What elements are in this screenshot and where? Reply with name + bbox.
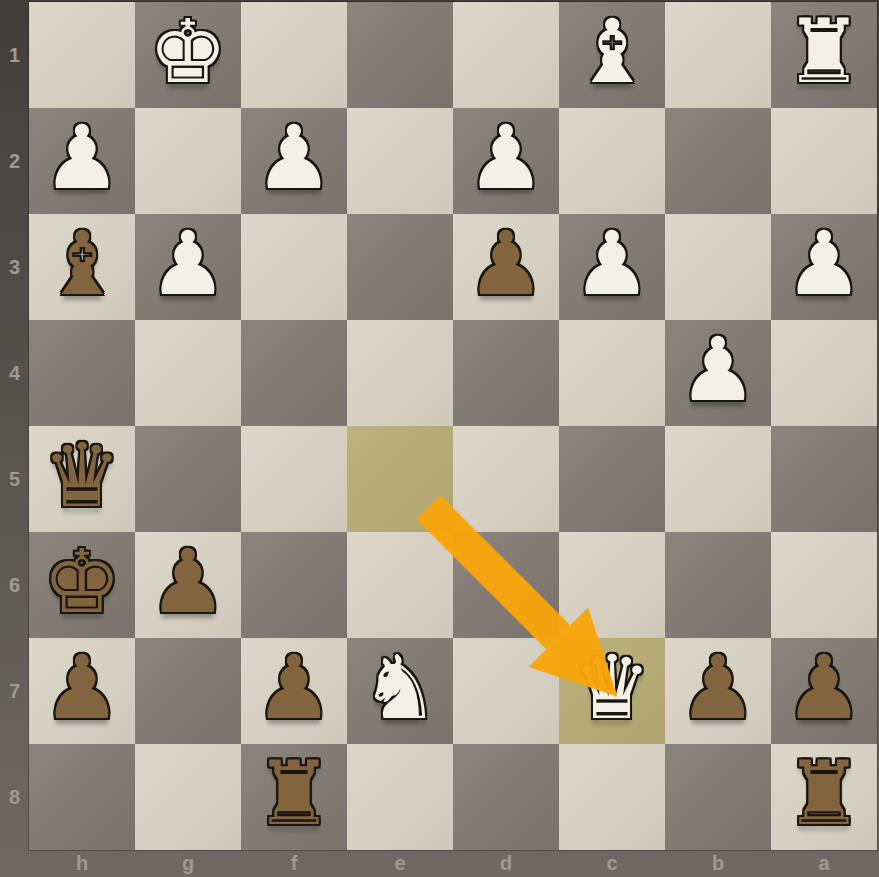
square-b2[interactable] [665,108,771,214]
square-b6[interactable] [665,532,771,638]
square-h2[interactable]: ♟ [29,108,135,214]
square-b5[interactable] [665,426,771,532]
white-rook[interactable]: ♜ [785,8,864,96]
white-bishop[interactable]: ♝ [573,8,652,96]
square-c4[interactable] [559,320,665,426]
square-a1[interactable]: ♜ [771,2,877,108]
black-pawn[interactable]: ♟ [255,644,334,732]
black-bishop[interactable]: ♝ [43,220,122,308]
black-queen[interactable]: ♛ [43,432,122,520]
square-a3[interactable]: ♟ [771,214,877,320]
square-g5[interactable] [135,426,241,532]
square-e7[interactable]: ♞ [347,638,453,744]
square-a4[interactable] [771,320,877,426]
square-d3[interactable]: ♟ [453,214,559,320]
square-g6[interactable]: ♟ [135,532,241,638]
black-king[interactable]: ♚ [43,538,122,626]
square-d6[interactable] [453,532,559,638]
white-pawn[interactable]: ♟ [149,220,228,308]
square-g7[interactable] [135,638,241,744]
square-h5[interactable]: ♛ [29,426,135,532]
rank-label-6: 6 [0,532,29,638]
white-king[interactable]: ♚ [149,8,228,96]
square-h1[interactable] [29,2,135,108]
square-g4[interactable] [135,320,241,426]
square-f5[interactable] [241,426,347,532]
rank-label-2: 2 [0,108,29,214]
black-pawn[interactable]: ♟ [467,220,546,308]
square-c1[interactable]: ♝ [559,2,665,108]
square-e3[interactable] [347,214,453,320]
file-label-b: b [665,850,771,877]
square-d2[interactable]: ♟ [453,108,559,214]
file-label-c: c [559,850,665,877]
square-h6[interactable]: ♚ [29,532,135,638]
square-e5[interactable] [347,426,453,532]
file-label-f: f [241,850,347,877]
square-c6[interactable] [559,532,665,638]
square-b4[interactable]: ♟ [665,320,771,426]
square-d4[interactable] [453,320,559,426]
square-a5[interactable] [771,426,877,532]
chess-board: ♚♝♜♟♟♟♝♟♟♟♟♟♛♚♟♟♟♞♛♟♟♜♜ [29,2,877,850]
square-b3[interactable] [665,214,771,320]
file-label-e: e [347,850,453,877]
square-e8[interactable] [347,744,453,850]
black-pawn[interactable]: ♟ [43,644,122,732]
white-pawn[interactable]: ♟ [255,114,334,202]
file-label-a: a [771,850,877,877]
square-c3[interactable]: ♟ [559,214,665,320]
square-h3[interactable]: ♝ [29,214,135,320]
black-pawn[interactable]: ♟ [149,538,228,626]
square-g2[interactable] [135,108,241,214]
rank-label-5: 5 [0,426,29,532]
square-f4[interactable] [241,320,347,426]
white-pawn[interactable]: ♟ [43,114,122,202]
file-label-h: h [29,850,135,877]
square-b1[interactable] [665,2,771,108]
square-d1[interactable] [453,2,559,108]
square-c2[interactable] [559,108,665,214]
square-c5[interactable] [559,426,665,532]
square-e2[interactable] [347,108,453,214]
square-g8[interactable] [135,744,241,850]
rank-label-1: 1 [0,2,29,108]
square-b7[interactable]: ♟ [665,638,771,744]
square-f2[interactable]: ♟ [241,108,347,214]
file-label-d: d [453,850,559,877]
black-rook[interactable]: ♜ [255,750,334,838]
rank-label-4: 4 [0,320,29,426]
rank-label-3: 3 [0,214,29,320]
black-rook[interactable]: ♜ [785,750,864,838]
square-a6[interactable] [771,532,877,638]
rank-label-8: 8 [0,744,29,850]
square-e6[interactable] [347,532,453,638]
white-pawn[interactable]: ♟ [679,326,758,414]
square-c7[interactable]: ♛ [559,638,665,744]
white-knight[interactable]: ♞ [361,644,440,732]
square-f6[interactable] [241,532,347,638]
square-e4[interactable] [347,320,453,426]
square-h7[interactable]: ♟ [29,638,135,744]
square-f1[interactable] [241,2,347,108]
square-a2[interactable] [771,108,877,214]
chess-app-stage: 12345678 ♚♝♜♟♟♟♝♟♟♟♟♟♛♚♟♟♟♞♛♟♟♜♜ hgfedcb… [0,0,879,877]
square-e1[interactable] [347,2,453,108]
square-a7[interactable]: ♟ [771,638,877,744]
white-pawn[interactable]: ♟ [573,220,652,308]
square-g1[interactable]: ♚ [135,2,241,108]
black-pawn[interactable]: ♟ [679,644,758,732]
square-f8[interactable]: ♜ [241,744,347,850]
square-d7[interactable] [453,638,559,744]
square-c8[interactable] [559,744,665,850]
black-pawn[interactable]: ♟ [785,644,864,732]
file-labels: hgfedcba [29,850,877,877]
white-queen[interactable]: ♛ [573,644,652,732]
square-d8[interactable] [453,744,559,850]
square-a8[interactable]: ♜ [771,744,877,850]
square-h8[interactable] [29,744,135,850]
square-f3[interactable] [241,214,347,320]
white-pawn[interactable]: ♟ [785,220,864,308]
file-label-g: g [135,850,241,877]
rank-label-7: 7 [0,638,29,744]
square-g3[interactable]: ♟ [135,214,241,320]
square-b8[interactable] [665,744,771,850]
square-f7[interactable]: ♟ [241,638,347,744]
square-d5[interactable] [453,426,559,532]
square-h4[interactable] [29,320,135,426]
white-pawn[interactable]: ♟ [467,114,546,202]
rank-labels: 12345678 [0,2,29,850]
